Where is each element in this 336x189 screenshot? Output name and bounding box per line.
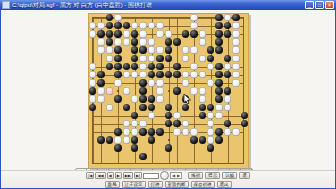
black-stone bbox=[148, 136, 155, 143]
toolbar1-button-0[interactable]: 悔棋 bbox=[188, 172, 203, 179]
white-stone bbox=[156, 46, 163, 53]
white-stone bbox=[182, 128, 189, 135]
nav-button-1[interactable]: ◀◀ bbox=[95, 172, 105, 179]
white-stone bbox=[131, 128, 138, 135]
white-stone bbox=[148, 38, 155, 45]
white-stone bbox=[232, 22, 239, 29]
black-stone bbox=[148, 128, 155, 135]
white-stone bbox=[89, 95, 96, 102]
white-stone bbox=[123, 136, 130, 143]
black-stone bbox=[215, 46, 222, 53]
move-number-input[interactable] bbox=[143, 173, 159, 179]
toolbar-row-2: 新局让子设定打谱形势判断保存棋谱退出 bbox=[105, 181, 232, 188]
toolbar2-button-1[interactable]: 让子设定 bbox=[122, 181, 146, 188]
white-stone bbox=[123, 30, 130, 37]
black-stone bbox=[215, 30, 222, 37]
bottom-toolbar: |◀◀◀◀▶▶▶▶| ◀ ▶ 悔棋提示认输退 新局让子设定打谱形势判断保存棋谱退… bbox=[1, 170, 335, 188]
step-spinner[interactable]: ◀ ▶ bbox=[170, 172, 182, 179]
black-stone bbox=[106, 38, 113, 45]
white-stone bbox=[139, 30, 146, 37]
white-stone bbox=[232, 46, 239, 53]
white-stone bbox=[207, 128, 214, 135]
white-stone bbox=[232, 71, 239, 78]
white-stone bbox=[224, 128, 231, 135]
star-point bbox=[168, 139, 170, 141]
white-stone bbox=[97, 87, 104, 94]
white-stone bbox=[114, 136, 121, 143]
white-stone bbox=[156, 87, 163, 94]
black-stone bbox=[215, 128, 222, 135]
black-stone bbox=[139, 104, 146, 111]
black-stone bbox=[232, 14, 239, 21]
nav-button-4[interactable]: ▶▶ bbox=[123, 172, 133, 179]
black-stone bbox=[199, 112, 206, 119]
white-stone bbox=[232, 63, 239, 70]
white-stone bbox=[139, 55, 146, 62]
black-stone bbox=[165, 46, 172, 53]
toolbar2-button-3[interactable]: 形势判断 bbox=[165, 181, 189, 188]
white-stone bbox=[97, 38, 104, 45]
black-stone bbox=[123, 63, 130, 70]
black-stone bbox=[215, 79, 222, 86]
white-stone bbox=[199, 55, 206, 62]
white-stone bbox=[190, 46, 197, 53]
toolbar1-button-1[interactable]: 提示 bbox=[205, 172, 220, 179]
white-stone bbox=[190, 63, 197, 70]
white-stone bbox=[114, 79, 121, 86]
black-stone bbox=[199, 136, 206, 143]
black-stone bbox=[215, 14, 222, 21]
toolbar2-button-5[interactable]: 退出 bbox=[217, 181, 232, 188]
black-stone bbox=[182, 30, 189, 37]
white-stone bbox=[190, 71, 197, 78]
maximize-button[interactable]: □ bbox=[315, 1, 324, 9]
white-stone bbox=[114, 38, 121, 45]
black-stone bbox=[131, 136, 138, 143]
white-stone bbox=[207, 136, 214, 143]
white-stone bbox=[156, 79, 163, 86]
black-stone bbox=[241, 112, 248, 119]
white-stone bbox=[165, 30, 172, 37]
black-stone bbox=[139, 95, 146, 102]
white-stone bbox=[190, 128, 197, 135]
white-stone bbox=[106, 46, 113, 53]
white-stone bbox=[173, 128, 180, 135]
black-stone bbox=[114, 95, 121, 102]
black-stone bbox=[173, 71, 180, 78]
white-stone bbox=[232, 79, 239, 86]
title-bar: C:\qipu\对局.sgf - 黑方 对 白方 (白中盘胜) - 围棋打谱 _… bbox=[0, 0, 336, 10]
white-stone bbox=[123, 87, 130, 94]
black-stone bbox=[97, 79, 104, 86]
mouse-cursor-icon bbox=[183, 91, 192, 102]
white-stone bbox=[182, 79, 189, 86]
toolbar-row-1: |◀◀◀◀▶▶▶▶| ◀ ▶ 悔棋提示认输退 bbox=[86, 171, 249, 180]
toolbar2-button-0[interactable]: 新局 bbox=[105, 181, 120, 188]
black-stone bbox=[114, 63, 121, 70]
white-stone bbox=[156, 30, 163, 37]
white-stone bbox=[123, 128, 130, 135]
black-stone bbox=[131, 38, 138, 45]
white-stone bbox=[156, 22, 163, 29]
white-stone bbox=[97, 22, 104, 29]
white-stone bbox=[89, 30, 96, 37]
white-stone bbox=[182, 46, 189, 53]
white-stone bbox=[148, 79, 155, 86]
black-stone bbox=[190, 136, 197, 143]
toolbar-buttons-2: 新局让子设定打谱形势判断保存棋谱退出 bbox=[105, 181, 232, 188]
nav-button-group: |◀◀◀◀▶▶▶▶| bbox=[86, 172, 142, 179]
nav-button-2[interactable]: ◀ bbox=[107, 172, 114, 179]
window-title: C:\qipu\对局.sgf - 黑方 对 白方 (白中盘胜) - 围棋打谱 bbox=[12, 0, 152, 10]
black-stone bbox=[148, 95, 155, 102]
black-stone bbox=[114, 71, 121, 78]
black-stone bbox=[215, 38, 222, 45]
black-stone bbox=[165, 38, 172, 45]
black-stone bbox=[139, 153, 146, 160]
white-stone bbox=[199, 30, 206, 37]
black-stone bbox=[89, 87, 96, 94]
black-stone bbox=[215, 63, 222, 70]
black-stone bbox=[173, 38, 180, 45]
black-stone bbox=[114, 22, 121, 29]
white-stone bbox=[156, 95, 163, 102]
close-button[interactable]: × bbox=[325, 1, 334, 9]
nav-button-5[interactable]: ▶| bbox=[134, 172, 142, 179]
toolbar2-button-2[interactable]: 打谱 bbox=[148, 181, 163, 188]
black-stone bbox=[139, 79, 146, 86]
white-stone bbox=[190, 22, 197, 29]
white-stone bbox=[207, 79, 214, 86]
white-stone bbox=[182, 55, 189, 62]
black-stone bbox=[114, 46, 121, 53]
black-stone bbox=[97, 71, 104, 78]
black-stone bbox=[139, 128, 146, 135]
black-stone bbox=[156, 128, 163, 135]
black-stone bbox=[156, 71, 163, 78]
black-stone bbox=[156, 55, 163, 62]
white-stone bbox=[215, 112, 222, 119]
black-stone bbox=[106, 136, 113, 143]
black-stone bbox=[224, 30, 231, 37]
white-stone bbox=[215, 104, 222, 111]
black-stone bbox=[123, 104, 130, 111]
star-point bbox=[168, 90, 170, 92]
black-stone bbox=[173, 120, 180, 127]
white-stone bbox=[106, 87, 113, 94]
black-stone bbox=[224, 87, 231, 94]
black-stone bbox=[215, 136, 222, 143]
white-stone bbox=[190, 14, 197, 21]
white-stone bbox=[106, 55, 113, 62]
white-stone bbox=[232, 128, 239, 135]
black-stone bbox=[114, 55, 121, 62]
black-stone bbox=[215, 87, 222, 94]
white-stone bbox=[199, 87, 206, 94]
white-stone bbox=[173, 112, 180, 119]
black-stone bbox=[131, 30, 138, 37]
white-stone bbox=[139, 63, 146, 70]
black-stone bbox=[114, 128, 121, 135]
black-stone bbox=[173, 63, 180, 70]
black-stone bbox=[139, 87, 146, 94]
black-stone bbox=[139, 46, 146, 53]
black-stone bbox=[114, 30, 121, 37]
white-stone bbox=[148, 46, 155, 53]
toolbar1-button-3[interactable]: 退 bbox=[239, 172, 250, 179]
toolbar-buttons-1: 悔棋提示认输退 bbox=[188, 172, 250, 179]
white-stone bbox=[106, 104, 113, 111]
black-stone bbox=[173, 87, 180, 94]
go-board[interactable] bbox=[88, 13, 249, 169]
record-circle-icon[interactable] bbox=[160, 171, 169, 180]
toolbar1-button-2[interactable]: 认输 bbox=[222, 172, 237, 179]
star-point bbox=[117, 90, 119, 92]
nav-button-0[interactable]: |◀ bbox=[86, 172, 94, 179]
black-stone bbox=[190, 30, 197, 37]
black-stone bbox=[106, 30, 113, 37]
white-stone bbox=[199, 95, 206, 102]
white-stone bbox=[123, 38, 130, 45]
white-stone bbox=[232, 55, 239, 62]
toolbar2-button-4[interactable]: 保存棋谱 bbox=[191, 181, 215, 188]
white-stone bbox=[139, 38, 146, 45]
black-stone bbox=[199, 104, 206, 111]
white-stone bbox=[224, 95, 231, 102]
white-stone bbox=[97, 46, 104, 53]
black-stone bbox=[114, 144, 121, 151]
window-controls: _ □ × bbox=[305, 1, 334, 9]
app-icon bbox=[2, 1, 10, 9]
black-stone bbox=[165, 144, 172, 151]
black-stone bbox=[156, 63, 163, 70]
spin-right-icon[interactable]: ▶ bbox=[176, 173, 181, 178]
white-stone bbox=[232, 38, 239, 45]
minimize-button[interactable]: _ bbox=[305, 1, 314, 9]
white-stone bbox=[97, 95, 104, 102]
white-stone bbox=[89, 79, 96, 86]
nav-button-3[interactable]: ▶ bbox=[115, 172, 122, 179]
black-stone bbox=[97, 30, 104, 37]
white-stone bbox=[232, 30, 239, 37]
black-stone bbox=[241, 120, 248, 127]
white-stone bbox=[199, 38, 206, 45]
black-stone bbox=[97, 136, 104, 143]
black-stone bbox=[215, 95, 222, 102]
white-stone bbox=[114, 14, 121, 21]
